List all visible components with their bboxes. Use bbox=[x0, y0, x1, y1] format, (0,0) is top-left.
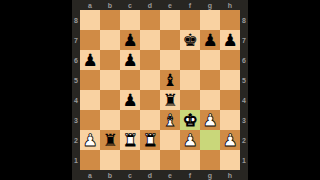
square-a6[interactable]: ♟ bbox=[80, 50, 100, 70]
square-f6[interactable] bbox=[180, 50, 200, 70]
chess-board[interactable]: ♟♚♟♟♟♟♝♟♜♝♚♟♟♜♜♜♟♟ bbox=[80, 10, 240, 170]
file-label-f: f bbox=[180, 170, 200, 180]
rank-label-5: 5 bbox=[240, 70, 248, 90]
black-pawn: ♟ bbox=[80, 50, 100, 70]
square-h3[interactable] bbox=[220, 110, 240, 130]
rank-label-8: 8 bbox=[72, 10, 80, 30]
rank-label-6: 6 bbox=[72, 50, 80, 70]
rank-labels-right: 87654321 bbox=[240, 10, 248, 170]
square-d8[interactable] bbox=[140, 10, 160, 30]
file-label-b: b bbox=[100, 170, 120, 180]
black-rook: ♜ bbox=[160, 90, 180, 110]
file-label-d: d bbox=[140, 0, 160, 10]
rank-label-3: 3 bbox=[240, 110, 248, 130]
rank-label-8: 8 bbox=[240, 10, 248, 30]
square-h7[interactable]: ♟ bbox=[220, 30, 240, 50]
rank-label-1: 1 bbox=[240, 150, 248, 170]
rank-label-7: 7 bbox=[72, 30, 80, 50]
rank-label-4: 4 bbox=[240, 90, 248, 110]
rank-label-5: 5 bbox=[72, 70, 80, 90]
rank-label-6: 6 bbox=[240, 50, 248, 70]
rank-label-1: 1 bbox=[72, 150, 80, 170]
white-pawn: ♟ bbox=[220, 130, 240, 150]
square-b2[interactable]: ♜ bbox=[100, 130, 120, 150]
square-f4[interactable] bbox=[180, 90, 200, 110]
black-king: ♚ bbox=[180, 30, 200, 50]
square-a4[interactable] bbox=[80, 90, 100, 110]
square-a2[interactable]: ♟ bbox=[80, 130, 100, 150]
frame-corner bbox=[240, 170, 248, 180]
file-label-a: a bbox=[80, 0, 100, 10]
rank-label-7: 7 bbox=[240, 30, 248, 50]
square-b4[interactable] bbox=[100, 90, 120, 110]
square-a3[interactable] bbox=[80, 110, 100, 130]
square-e7[interactable] bbox=[160, 30, 180, 50]
square-b8[interactable] bbox=[100, 10, 120, 30]
square-g7[interactable]: ♟ bbox=[200, 30, 220, 50]
square-a5[interactable] bbox=[80, 70, 100, 90]
square-e4[interactable]: ♜ bbox=[160, 90, 180, 110]
black-bishop: ♝ bbox=[160, 70, 180, 90]
square-c1[interactable] bbox=[120, 150, 140, 170]
video-frame: abcdefgh 87654321 ♟♚♟♟♟♟♝♟♜♝♚♟♟♜♜♜♟♟ 876… bbox=[0, 0, 320, 180]
square-h6[interactable] bbox=[220, 50, 240, 70]
white-pawn: ♟ bbox=[80, 130, 100, 150]
square-e2[interactable] bbox=[160, 130, 180, 150]
white-bishop: ♝ bbox=[160, 110, 180, 130]
square-g3[interactable]: ♟ bbox=[200, 110, 220, 130]
rank-label-2: 2 bbox=[72, 130, 80, 150]
file-label-e: e bbox=[160, 170, 180, 180]
black-pawn: ♟ bbox=[120, 30, 140, 50]
square-h5[interactable] bbox=[220, 70, 240, 90]
black-rook: ♜ bbox=[100, 130, 120, 150]
square-h1[interactable] bbox=[220, 150, 240, 170]
square-c4[interactable]: ♟ bbox=[120, 90, 140, 110]
square-g5[interactable] bbox=[200, 70, 220, 90]
square-f8[interactable] bbox=[180, 10, 200, 30]
file-label-a: a bbox=[80, 170, 100, 180]
square-a8[interactable] bbox=[80, 10, 100, 30]
square-b3[interactable] bbox=[100, 110, 120, 130]
file-label-d: d bbox=[140, 170, 160, 180]
square-f5[interactable] bbox=[180, 70, 200, 90]
square-d3[interactable] bbox=[140, 110, 160, 130]
square-b5[interactable] bbox=[100, 70, 120, 90]
rank-labels-left: 87654321 bbox=[72, 10, 80, 170]
square-a1[interactable] bbox=[80, 150, 100, 170]
black-pawn: ♟ bbox=[220, 30, 240, 50]
white-pawn: ♟ bbox=[200, 110, 220, 130]
frame-corner bbox=[240, 0, 248, 10]
square-b7[interactable] bbox=[100, 30, 120, 50]
square-h8[interactable] bbox=[220, 10, 240, 30]
square-e1[interactable] bbox=[160, 150, 180, 170]
white-rook: ♜ bbox=[120, 130, 140, 150]
rank-label-4: 4 bbox=[72, 90, 80, 110]
square-c8[interactable] bbox=[120, 10, 140, 30]
black-pawn: ♟ bbox=[200, 30, 220, 50]
square-c3[interactable] bbox=[120, 110, 140, 130]
square-f3[interactable]: ♚ bbox=[180, 110, 200, 130]
square-b1[interactable] bbox=[100, 150, 120, 170]
file-label-e: e bbox=[160, 0, 180, 10]
square-f2[interactable]: ♟ bbox=[180, 130, 200, 150]
square-d1[interactable] bbox=[140, 150, 160, 170]
square-a7[interactable] bbox=[80, 30, 100, 50]
square-f1[interactable] bbox=[180, 150, 200, 170]
square-b6[interactable] bbox=[100, 50, 120, 70]
square-h2[interactable]: ♟ bbox=[220, 130, 240, 150]
square-c5[interactable] bbox=[120, 70, 140, 90]
square-c7[interactable]: ♟ bbox=[120, 30, 140, 50]
square-d7[interactable] bbox=[140, 30, 160, 50]
file-label-g: g bbox=[200, 170, 220, 180]
file-label-g: g bbox=[200, 0, 220, 10]
white-king: ♚ bbox=[180, 110, 200, 130]
white-rook: ♜ bbox=[140, 130, 160, 150]
square-d6[interactable] bbox=[140, 50, 160, 70]
square-h4[interactable] bbox=[220, 90, 240, 110]
file-label-h: h bbox=[220, 170, 240, 180]
square-g4[interactable] bbox=[200, 90, 220, 110]
chess-board-frame: abcdefgh 87654321 ♟♚♟♟♟♟♝♟♜♝♚♟♟♜♜♜♟♟ 876… bbox=[72, 0, 248, 180]
file-label-f: f bbox=[180, 0, 200, 10]
square-e5[interactable]: ♝ bbox=[160, 70, 180, 90]
black-pawn: ♟ bbox=[120, 50, 140, 70]
square-g2[interactable] bbox=[200, 130, 220, 150]
square-g1[interactable] bbox=[200, 150, 220, 170]
square-d2[interactable]: ♜ bbox=[140, 130, 160, 150]
white-pawn: ♟ bbox=[180, 130, 200, 150]
square-c6[interactable]: ♟ bbox=[120, 50, 140, 70]
square-e8[interactable] bbox=[160, 10, 180, 30]
black-pawn: ♟ bbox=[120, 90, 140, 110]
square-d4[interactable] bbox=[140, 90, 160, 110]
file-label-c: c bbox=[120, 0, 140, 10]
rank-label-3: 3 bbox=[72, 110, 80, 130]
square-e3[interactable]: ♝ bbox=[160, 110, 180, 130]
square-e6[interactable] bbox=[160, 50, 180, 70]
frame-corner bbox=[72, 170, 80, 180]
file-label-b: b bbox=[100, 0, 120, 10]
square-g8[interactable] bbox=[200, 10, 220, 30]
square-f7[interactable]: ♚ bbox=[180, 30, 200, 50]
frame-corner bbox=[72, 0, 80, 10]
square-d5[interactable] bbox=[140, 70, 160, 90]
square-g6[interactable] bbox=[200, 50, 220, 70]
file-label-c: c bbox=[120, 170, 140, 180]
square-c2[interactable]: ♜ bbox=[120, 130, 140, 150]
file-labels-top: abcdefgh bbox=[80, 0, 240, 10]
rank-label-2: 2 bbox=[240, 130, 248, 150]
file-labels-bottom: abcdefgh bbox=[80, 170, 240, 180]
file-label-h: h bbox=[220, 0, 240, 10]
